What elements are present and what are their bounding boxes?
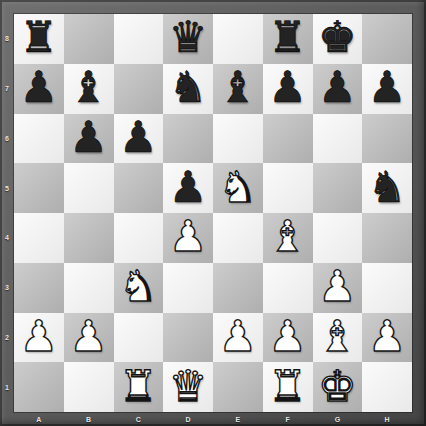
square-c1[interactable]: ♜ [114,362,164,412]
square-b7[interactable]: ♝ [64,64,114,114]
black-king-g8[interactable]: ♚ [318,16,357,59]
square-e8[interactable] [213,14,263,64]
square-f3[interactable] [263,263,313,313]
square-h3[interactable] [362,263,412,313]
file-label-e: E [213,412,263,426]
square-a6[interactable] [14,114,64,164]
square-e2[interactable]: ♟ [213,313,263,363]
square-g6[interactable] [313,114,363,164]
square-h8[interactable] [362,14,412,64]
chess-board-window: 87654321 ♜♛♜♚♟♝♞♝♟♟♟♟♟♟♞♞♟♝♞♟♟♟♟♟♝♟♜♛♜♚ … [0,0,426,426]
square-b3[interactable] [64,263,114,313]
file-label-c: C [114,412,164,426]
black-pawn-c6[interactable]: ♟ [119,116,158,159]
white-bishop-f4[interactable]: ♝ [268,215,307,258]
square-d5[interactable]: ♟ [163,163,213,213]
square-d8[interactable]: ♛ [163,14,213,64]
square-f5[interactable] [263,163,313,213]
square-a3[interactable] [14,263,64,313]
black-pawn-d5[interactable]: ♟ [169,166,208,209]
square-e7[interactable]: ♝ [213,64,263,114]
square-f2[interactable]: ♟ [263,313,313,363]
black-pawn-b6[interactable]: ♟ [69,116,108,159]
square-c8[interactable] [114,14,164,64]
rank-label-6: 6 [0,114,14,164]
square-g5[interactable] [313,163,363,213]
black-knight-h5[interactable]: ♞ [368,166,407,209]
white-queen-d1[interactable]: ♛ [169,365,208,408]
square-f6[interactable] [263,114,313,164]
square-d6[interactable] [163,114,213,164]
square-h7[interactable]: ♟ [362,64,412,114]
square-b1[interactable] [64,362,114,412]
white-bishop-g2[interactable]: ♝ [318,315,357,358]
rank-label-8: 8 [0,14,14,64]
rank-label-3: 3 [0,263,14,313]
square-h2[interactable]: ♟ [362,313,412,363]
white-rook-f1[interactable]: ♜ [268,365,307,408]
square-h6[interactable] [362,114,412,164]
black-bishop-e7[interactable]: ♝ [219,66,258,109]
rank-label-4: 4 [0,213,14,263]
square-e5[interactable]: ♞ [213,163,263,213]
black-queen-d8[interactable]: ♛ [169,16,208,59]
square-h5[interactable]: ♞ [362,163,412,213]
square-e4[interactable] [213,213,263,263]
square-d4[interactable]: ♟ [163,213,213,263]
square-g8[interactable]: ♚ [313,14,363,64]
file-label-h: H [362,412,412,426]
white-king-g1[interactable]: ♚ [318,365,357,408]
square-h4[interactable] [362,213,412,263]
black-pawn-a7[interactable]: ♟ [20,66,59,109]
file-label-b: B [64,412,114,426]
square-d2[interactable] [163,313,213,363]
file-labels: ABCDEFGH [14,412,412,426]
black-bishop-b7[interactable]: ♝ [69,66,108,109]
square-a7[interactable]: ♟ [14,64,64,114]
black-pawn-h7[interactable]: ♟ [368,66,407,109]
rank-label-5: 5 [0,163,14,213]
square-c5[interactable] [114,163,164,213]
white-pawn-d4[interactable]: ♟ [169,215,208,258]
black-pawn-g7[interactable]: ♟ [318,66,357,109]
white-rook-c1[interactable]: ♜ [119,365,158,408]
square-g4[interactable] [313,213,363,263]
square-d3[interactable] [163,263,213,313]
white-knight-e5[interactable]: ♞ [219,166,258,209]
square-b6[interactable]: ♟ [64,114,114,164]
square-g2[interactable]: ♝ [313,313,363,363]
white-pawn-a2[interactable]: ♟ [20,315,59,358]
square-d7[interactable]: ♞ [163,64,213,114]
white-pawn-e2[interactable]: ♟ [219,315,258,358]
square-f4[interactable]: ♝ [263,213,313,263]
rank-label-2: 2 [0,313,14,363]
square-e6[interactable] [213,114,263,164]
square-a1[interactable] [14,362,64,412]
square-d1[interactable]: ♛ [163,362,213,412]
square-a2[interactable]: ♟ [14,313,64,363]
black-rook-f8[interactable]: ♜ [268,16,307,59]
square-c6[interactable]: ♟ [114,114,164,164]
white-pawn-f2[interactable]: ♟ [268,315,307,358]
black-knight-d7[interactable]: ♞ [169,66,208,109]
file-label-d: D [163,412,213,426]
square-g7[interactable]: ♟ [313,64,363,114]
square-a8[interactable]: ♜ [14,14,64,64]
file-label-f: F [263,412,313,426]
square-g3[interactable]: ♟ [313,263,363,313]
square-c7[interactable] [114,64,164,114]
rank-label-1: 1 [0,362,14,412]
square-f7[interactable]: ♟ [263,64,313,114]
square-a4[interactable] [14,213,64,263]
square-e3[interactable] [213,263,263,313]
file-label-a: A [14,412,64,426]
square-h1[interactable] [362,362,412,412]
square-b5[interactable] [64,163,114,213]
white-knight-c3[interactable]: ♞ [119,265,158,308]
square-e1[interactable] [213,362,263,412]
white-pawn-b2[interactable]: ♟ [69,315,108,358]
square-c2[interactable] [114,313,164,363]
square-c4[interactable] [114,213,164,263]
square-c3[interactable]: ♞ [114,263,164,313]
square-f8[interactable]: ♜ [263,14,313,64]
chess-board: ♜♛♜♚♟♝♞♝♟♟♟♟♟♟♞♞♟♝♞♟♟♟♟♟♝♟♜♛♜♚ [14,14,412,412]
white-pawn-g3[interactable]: ♟ [318,265,357,308]
white-pawn-h2[interactable]: ♟ [368,315,407,358]
square-f1[interactable]: ♜ [263,362,313,412]
black-rook-a8[interactable]: ♜ [20,16,59,59]
square-g1[interactable]: ♚ [313,362,363,412]
square-a5[interactable] [14,163,64,213]
square-b4[interactable] [64,213,114,263]
black-pawn-f7[interactable]: ♟ [268,66,307,109]
rank-labels: 87654321 [0,14,14,412]
square-b8[interactable] [64,14,114,64]
rank-label-7: 7 [0,64,14,114]
square-b2[interactable]: ♟ [64,313,114,363]
file-label-g: G [313,412,363,426]
